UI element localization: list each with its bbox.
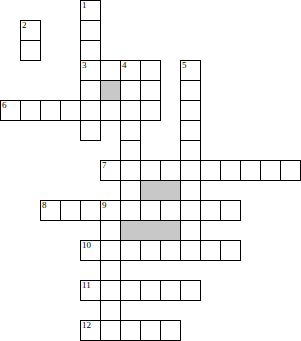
cell-r7-c6[interactable] (120, 140, 141, 161)
cell-r5-c7[interactable] (140, 100, 161, 121)
cell-r10-c11[interactable] (220, 200, 241, 221)
cell-r8-c14[interactable] (280, 160, 301, 181)
cell-r8-c11[interactable] (220, 160, 241, 181)
cell-r5-c5[interactable] (100, 100, 121, 121)
cell-r6-c4[interactable] (80, 120, 101, 141)
cell-r12-c7[interactable] (140, 240, 161, 261)
cell-r14-c7[interactable] (140, 280, 161, 301)
cell-r8-c7[interactable] (140, 160, 161, 181)
cell-r5-c2[interactable] (40, 100, 61, 121)
cell-r6-c6[interactable] (120, 120, 141, 141)
cell-r2-c4[interactable] (80, 40, 101, 61)
cell-r12-c5[interactable] (100, 240, 121, 261)
cell-r16-c7[interactable] (140, 320, 161, 341)
cell-r5-c0[interactable] (0, 100, 21, 121)
cell-r4-c7[interactable] (140, 80, 161, 101)
cell-r3-c6[interactable] (120, 60, 141, 81)
cell-r0-c4[interactable] (80, 0, 101, 21)
cell-r10-c3[interactable] (60, 200, 81, 221)
crossword-grid: 123456789101112 (0, 0, 301, 341)
cell-r5-c3[interactable] (60, 100, 81, 121)
cell-r10-c4[interactable] (80, 200, 101, 221)
cell-r6-c9[interactable] (180, 120, 201, 141)
cell-r10-c6[interactable] (120, 200, 141, 221)
cell-r14-c8[interactable] (160, 280, 181, 301)
cell-r5-c9[interactable] (180, 100, 201, 121)
cell-r12-c11[interactable] (220, 240, 241, 261)
cell-r10-c7[interactable] (140, 200, 161, 221)
cell-r8-c6[interactable] (120, 160, 141, 181)
cell-r14-c6[interactable] (120, 280, 141, 301)
cell-r14-c9[interactable] (180, 280, 201, 301)
cell-r11-c9[interactable] (180, 220, 201, 241)
cell-r14-c4[interactable] (80, 280, 101, 301)
cell-r1-c4[interactable] (80, 20, 101, 41)
cell-r9-c9[interactable] (180, 180, 201, 201)
cell-r8-c9[interactable] (180, 160, 201, 181)
cell-r4-c6[interactable] (120, 80, 141, 101)
cell-r12-c10[interactable] (200, 240, 221, 261)
cell-r3-c5[interactable] (100, 60, 121, 81)
cell-r14-c5[interactable] (100, 280, 121, 301)
cell-r12-c4[interactable] (80, 240, 101, 261)
cell-r13-c5[interactable] (100, 260, 121, 281)
cell-r16-c8[interactable] (160, 320, 181, 341)
cell-r15-c5[interactable] (100, 300, 121, 321)
cell-r9-c6[interactable] (120, 180, 141, 201)
shaded-cell-r11-c6-span3[interactable] (120, 220, 181, 241)
cell-r3-c4[interactable] (80, 60, 101, 81)
cell-r12-c9[interactable] (180, 240, 201, 261)
cell-r8-c13[interactable] (260, 160, 281, 181)
cell-r8-c12[interactable] (240, 160, 261, 181)
cell-r10-c9[interactable] (180, 200, 201, 221)
cell-r8-c10[interactable] (200, 160, 221, 181)
cell-r3-c7[interactable] (140, 60, 161, 81)
cell-r11-c5[interactable] (100, 220, 121, 241)
cell-r4-c4[interactable] (80, 80, 101, 101)
cell-r3-c9[interactable] (180, 60, 201, 81)
cell-r5-c4[interactable] (80, 100, 101, 121)
shaded-cell-r4-c5[interactable] (100, 80, 121, 101)
cell-r16-c4[interactable] (80, 320, 101, 341)
cell-r12-c6[interactable] (120, 240, 141, 261)
cell-r4-c9[interactable] (180, 80, 201, 101)
cell-r5-c6[interactable] (120, 100, 141, 121)
cell-r7-c9[interactable] (180, 140, 201, 161)
cell-r10-c2[interactable] (40, 200, 61, 221)
cell-r10-c8[interactable] (160, 200, 181, 221)
cell-r5-c1[interactable] (20, 100, 41, 121)
cell-r12-c8[interactable] (160, 240, 181, 261)
cell-r1-c1[interactable] (20, 20, 41, 41)
shaded-cell-r9-c7-span2[interactable] (140, 180, 181, 201)
cell-r8-c5[interactable] (100, 160, 121, 181)
cell-r10-c10[interactable] (200, 200, 221, 221)
cell-r2-c1[interactable] (20, 40, 41, 61)
cell-r16-c5[interactable] (100, 320, 121, 341)
cell-r16-c6[interactable] (120, 320, 141, 341)
cell-r10-c5[interactable] (100, 200, 121, 221)
cell-r8-c8[interactable] (160, 160, 181, 181)
